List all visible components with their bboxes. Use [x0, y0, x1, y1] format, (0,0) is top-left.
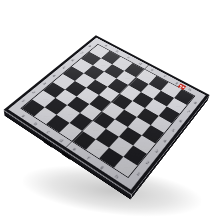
pieces-layer: ♜♞♝♛♚♝♞♜♟♟♟♟♟♟♟♟♟♟♟♟♟♟♟♟♜♞♝♛♚♝♞♜ [8, 38, 206, 190]
black-pawn-glyph: ♟ [169, 91, 183, 107]
black-pawn-glyph: ♟ [143, 77, 157, 92]
hinge-tab [62, 151, 71, 161]
chess-board: ♜♞♝♛♚♝♞♜♟♟♟♟♟♟♟♟♟♟♟♟♟♟♟♟♜♞♝♛♚♝♞♜ aa88bb7… [4, 35, 210, 194]
white-rook-glyph: ♜ [115, 148, 133, 168]
hinge-tab [43, 138, 51, 147]
scene: ♜♞♝♛♚♝♞♜♟♟♟♟♟♟♟♟♟♟♟♟♟♟♟♟♜♞♝♛♚♝♞♜ aa88bb7… [0, 0, 222, 222]
product-photo: ♜♞♝♛♚♝♞♜♟♟♟♟♟♟♟♟♟♟♟♟♟♟♟♟♜♞♝♛♚♝♞♜ aa88bb7… [0, 0, 222, 222]
clasp-tab [172, 135, 179, 147]
